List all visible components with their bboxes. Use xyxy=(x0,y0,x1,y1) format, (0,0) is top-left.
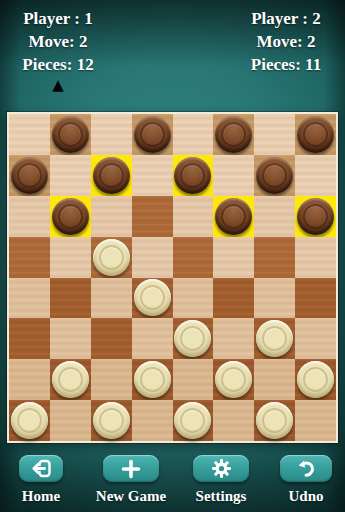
cream-piece[interactable] xyxy=(256,402,293,439)
square-r7c1[interactable] xyxy=(50,400,91,441)
square-r5c5[interactable] xyxy=(213,318,254,359)
square-r0c3[interactable] xyxy=(132,114,173,155)
square-r1c5[interactable] xyxy=(213,155,254,196)
cream-piece[interactable] xyxy=(11,402,48,439)
square-r1c6[interactable] xyxy=(254,155,295,196)
square-r3c4[interactable] xyxy=(173,237,214,278)
undo-icon xyxy=(296,458,317,479)
cream-piece[interactable] xyxy=(256,320,293,357)
dark-piece[interactable] xyxy=(134,116,171,153)
square-r5c1[interactable] xyxy=(50,318,91,359)
square-r4c2[interactable] xyxy=(91,278,132,319)
square-r7c5[interactable] xyxy=(213,400,254,441)
square-r6c0[interactable] xyxy=(9,359,50,400)
square-r6c3[interactable] xyxy=(132,359,173,400)
square-r5c2[interactable] xyxy=(91,318,132,359)
cream-piece[interactable] xyxy=(215,361,252,398)
checkers-app: Player : 1 Move: 2 Pieces: 12 ▲ 00:09 Pl… xyxy=(0,0,345,512)
square-r5c4[interactable] xyxy=(173,318,214,359)
dark-piece[interactable] xyxy=(52,116,89,153)
board-grid xyxy=(9,114,336,441)
square-r2c0[interactable] xyxy=(9,196,50,237)
square-r4c5[interactable] xyxy=(213,278,254,319)
square-r7c2[interactable] xyxy=(91,400,132,441)
cream-piece[interactable] xyxy=(134,361,171,398)
square-r6c6[interactable] xyxy=(254,359,295,400)
settings-button-label: Settings xyxy=(196,488,247,505)
dark-piece[interactable] xyxy=(215,116,252,153)
square-r2c2[interactable] xyxy=(91,196,132,237)
square-r5c7[interactable] xyxy=(295,318,336,359)
new-game-button-label: New Game xyxy=(96,488,166,505)
square-r7c7[interactable] xyxy=(295,400,336,441)
cream-piece[interactable] xyxy=(174,320,211,357)
square-r2c3[interactable] xyxy=(132,196,173,237)
player2-pieces: Pieces: 11 xyxy=(228,53,344,76)
square-r7c3[interactable] xyxy=(132,400,173,441)
square-r7c0[interactable] xyxy=(9,400,50,441)
square-r3c2[interactable] xyxy=(91,237,132,278)
player1-move: Move: 2 xyxy=(0,30,116,53)
board xyxy=(7,112,338,443)
settings-button[interactable] xyxy=(193,455,249,482)
square-r3c5[interactable] xyxy=(213,237,254,278)
square-r2c6[interactable] xyxy=(254,196,295,237)
square-r0c2[interactable] xyxy=(91,114,132,155)
square-r4c1[interactable] xyxy=(50,278,91,319)
dark-piece[interactable] xyxy=(215,198,252,235)
player1-pieces: Pieces: 12 xyxy=(0,53,116,76)
player1-label: Player : 1 xyxy=(0,7,116,30)
square-r2c4[interactable] xyxy=(173,196,214,237)
square-r1c2[interactable] xyxy=(91,155,132,196)
square-r6c5[interactable] xyxy=(213,359,254,400)
turn-indicator-triangle-icon: ▲ xyxy=(0,77,116,93)
square-r2c7[interactable] xyxy=(295,196,336,237)
square-r7c6[interactable] xyxy=(254,400,295,441)
player2-move: Move: 2 xyxy=(228,30,344,53)
square-r3c0[interactable] xyxy=(9,237,50,278)
cream-piece[interactable] xyxy=(134,279,171,316)
dark-piece[interactable] xyxy=(174,157,211,194)
player2-label: Player : 2 xyxy=(228,7,344,30)
square-r0c0[interactable] xyxy=(9,114,50,155)
square-r4c3[interactable] xyxy=(132,278,173,319)
cream-piece[interactable] xyxy=(297,361,334,398)
square-r5c0[interactable] xyxy=(9,318,50,359)
square-r0c6[interactable] xyxy=(254,114,295,155)
square-r4c6[interactable] xyxy=(254,278,295,319)
dark-piece[interactable] xyxy=(297,198,334,235)
cream-piece[interactable] xyxy=(174,402,211,439)
player1-stats: Player : 1 Move: 2 Pieces: 12 ▲ xyxy=(0,7,116,93)
square-r6c1[interactable] xyxy=(50,359,91,400)
home-button-group: Home xyxy=(0,455,86,505)
dark-piece[interactable] xyxy=(256,157,293,194)
cream-piece[interactable] xyxy=(93,402,130,439)
dark-piece[interactable] xyxy=(93,157,130,194)
dark-piece[interactable] xyxy=(297,116,334,153)
square-r0c7[interactable] xyxy=(295,114,336,155)
square-r6c7[interactable] xyxy=(295,359,336,400)
square-r5c6[interactable] xyxy=(254,318,295,359)
settings-button-group: Settings xyxy=(176,455,266,505)
dark-piece[interactable] xyxy=(52,198,89,235)
square-r3c1[interactable] xyxy=(50,237,91,278)
square-r1c1[interactable] xyxy=(50,155,91,196)
new-game-button[interactable] xyxy=(103,455,159,482)
square-r5c3[interactable] xyxy=(132,318,173,359)
square-r4c4[interactable] xyxy=(173,278,214,319)
dark-piece[interactable] xyxy=(11,157,48,194)
square-r7c4[interactable] xyxy=(173,400,214,441)
square-r1c7[interactable] xyxy=(295,155,336,196)
square-r0c1[interactable] xyxy=(50,114,91,155)
new-game-button-group: New Game xyxy=(86,455,176,505)
cream-piece[interactable] xyxy=(93,239,130,276)
home-button-label: Home xyxy=(22,488,60,505)
square-r4c7[interactable] xyxy=(295,278,336,319)
square-r0c5[interactable] xyxy=(213,114,254,155)
square-r1c0[interactable] xyxy=(9,155,50,196)
gear-icon xyxy=(211,458,232,479)
player2-stats: Player : 2 Move: 2 Pieces: 11 xyxy=(228,7,344,76)
square-r3c7[interactable] xyxy=(295,237,336,278)
square-r6c4[interactable] xyxy=(173,359,214,400)
cream-piece[interactable] xyxy=(52,361,89,398)
undo-button-group: Udno xyxy=(261,455,345,505)
undo-button-label: Udno xyxy=(288,488,323,505)
square-r2c5[interactable] xyxy=(213,196,254,237)
square-r0c4[interactable] xyxy=(173,114,214,155)
plus-icon xyxy=(121,459,141,479)
square-r1c4[interactable] xyxy=(173,155,214,196)
square-r1c3[interactable] xyxy=(132,155,173,196)
square-r6c2[interactable] xyxy=(91,359,132,400)
square-r4c0[interactable] xyxy=(9,278,50,319)
square-r3c6[interactable] xyxy=(254,237,295,278)
square-r2c1[interactable] xyxy=(50,196,91,237)
undo-button[interactable] xyxy=(280,455,332,482)
square-r3c3[interactable] xyxy=(132,237,173,278)
home-button[interactable] xyxy=(19,455,63,482)
home-exit-icon xyxy=(31,458,52,479)
